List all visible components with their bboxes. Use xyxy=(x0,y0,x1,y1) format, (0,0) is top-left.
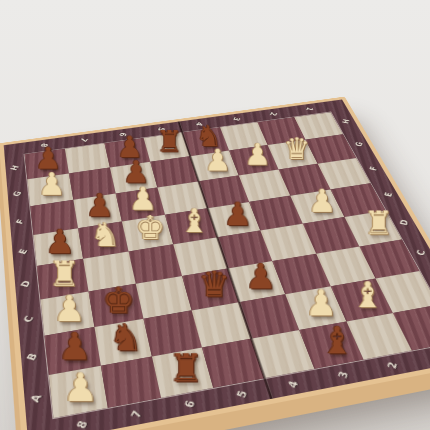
piece-white-b-e5[interactable]: ♝ xyxy=(172,203,216,239)
piece-black-p-b8[interactable]: ♟ xyxy=(49,326,99,367)
rank-label-far-2: 2 xyxy=(265,110,280,118)
file-label-right-H: H xyxy=(339,117,354,125)
piece-white-p-e2[interactable]: ♟ xyxy=(300,184,343,219)
rank-label-far-1: 1 xyxy=(302,105,317,113)
file-label-left-A: A xyxy=(28,390,46,406)
file-label-left-F: F xyxy=(13,216,28,227)
file-label-right-F: F xyxy=(365,164,382,174)
piece-black-q-c5[interactable]: ♛ xyxy=(190,265,237,304)
piece-black-n-b7[interactable]: ♞ xyxy=(100,317,150,358)
rank-label-near-8: 8 xyxy=(72,416,91,430)
rank-label-near-3: 3 xyxy=(333,367,354,383)
file-label-left-G: G xyxy=(10,189,24,199)
piece-white-n-e7[interactable]: ♞ xyxy=(83,217,127,253)
rank-label-near-7: 7 xyxy=(127,406,146,423)
file-label-right-G: G xyxy=(351,140,367,149)
piece-white-b-b2[interactable]: ♝ xyxy=(343,276,391,315)
square-e7[interactable]: ♞ xyxy=(78,221,129,258)
file-label-left-D: D xyxy=(18,278,34,291)
piece-white-r-d1[interactable]: ♜ xyxy=(356,206,400,242)
photo-scene: ♟♟♜♞♟♟♟♟♛♟♟♟♞♚♝♟♟♜♜♟♚♛♟♟♞♟♝♟♜♝ HHGGFFEED… xyxy=(0,0,430,430)
file-label-right-C: C xyxy=(412,247,430,259)
file-label-left-H: H xyxy=(8,163,22,173)
piece-white-p-g4[interactable]: ♟ xyxy=(197,144,237,177)
file-label-left-B: B xyxy=(24,349,41,364)
piece-white-p-a8[interactable]: ♟ xyxy=(54,366,107,409)
file-label-left-E: E xyxy=(15,246,30,258)
rank-label-near-5: 5 xyxy=(232,386,252,402)
piece-white-k-e6[interactable]: ♚ xyxy=(128,210,172,246)
piece-black-r-a6[interactable]: ♜ xyxy=(160,347,212,389)
rank-label-far-3: 3 xyxy=(229,115,243,123)
square-a8[interactable]: ♟ xyxy=(49,366,108,418)
rank-label-far-7: 7 xyxy=(76,135,90,144)
file-label-left-C: C xyxy=(21,312,38,326)
piece-white-p-g3[interactable]: ♟ xyxy=(237,138,277,171)
board-grid: ♟♟♜♞♟♟♟♟♛♟♟♟♞♚♝♟♟♜♜♟♚♛♟♟♞♟♝♟♜♝ xyxy=(25,112,430,418)
square-a7[interactable] xyxy=(101,356,161,407)
square-a6[interactable]: ♜ xyxy=(152,347,213,397)
square-c5[interactable]: ♛ xyxy=(182,268,239,310)
rank-label-near-6: 6 xyxy=(180,396,200,413)
rank-label-near-2: 2 xyxy=(382,358,403,373)
rank-label-near-4: 4 xyxy=(283,377,303,393)
piece-black-b-a3[interactable]: ♝ xyxy=(311,320,361,361)
chess-board: ♟♟♜♞♟♟♟♟♛♟♟♟♞♚♝♟♟♜♜♟♚♛♟♟♞♟♝♟♜♝ HHGGFFEED… xyxy=(0,97,430,430)
board-border-band: ♟♟♜♞♟♟♟♟♛♟♟♟♞♚♝♟♟♜♜♟♚♛♟♟♞♟♝♟♜♝ HHGGFFEED… xyxy=(4,99,430,430)
piece-white-q-g2[interactable]: ♛ xyxy=(277,133,317,165)
piece-black-p-c4[interactable]: ♟ xyxy=(237,258,284,296)
file-label-right-E: E xyxy=(380,190,397,200)
piece-black-p-e4[interactable]: ♟ xyxy=(216,197,259,232)
piece-white-p-g8[interactable]: ♟ xyxy=(31,167,73,201)
